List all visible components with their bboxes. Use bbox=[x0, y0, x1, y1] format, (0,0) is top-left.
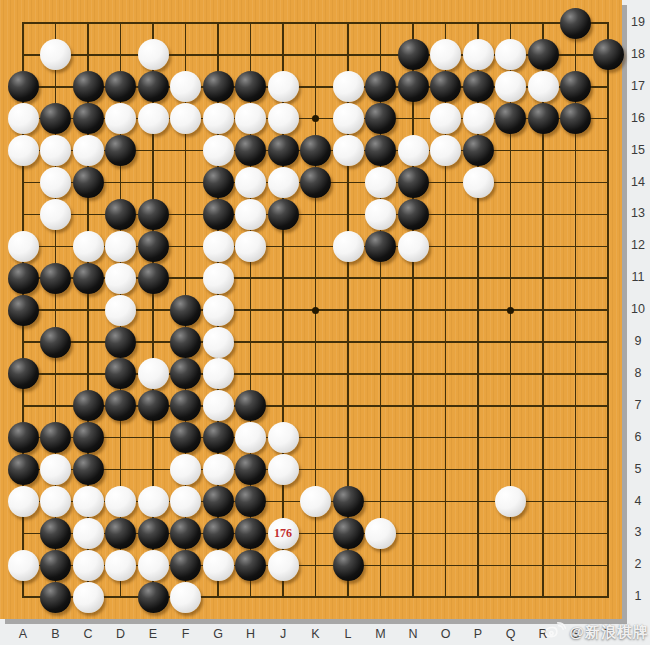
white-stone-J5 bbox=[268, 454, 299, 485]
white-stone-G7 bbox=[203, 390, 234, 421]
black-stone-F9 bbox=[170, 327, 201, 358]
black-stone-C17 bbox=[73, 71, 104, 102]
white-stone-B13 bbox=[40, 199, 71, 230]
white-stone-D12 bbox=[105, 231, 136, 262]
black-stone-C7 bbox=[73, 390, 104, 421]
white-stone-D16 bbox=[105, 103, 136, 134]
white-stone-O15 bbox=[430, 135, 461, 166]
grid-line-vertical bbox=[412, 22, 414, 598]
white-stone-N12 bbox=[398, 231, 429, 262]
white-stone-C12 bbox=[73, 231, 104, 262]
grid-line-vertical bbox=[607, 22, 609, 598]
star-point bbox=[507, 307, 514, 314]
go-board: 176 bbox=[0, 0, 622, 619]
black-stone-E12 bbox=[138, 231, 169, 262]
white-stone-L12 bbox=[333, 231, 364, 262]
black-stone-E1 bbox=[138, 582, 169, 613]
black-stone-B16 bbox=[40, 103, 71, 134]
white-stone-M13 bbox=[365, 199, 396, 230]
column-label-Q: Q bbox=[499, 627, 523, 641]
row-label-7: 7 bbox=[627, 398, 649, 412]
black-stone-G14 bbox=[203, 167, 234, 198]
row-label-16: 16 bbox=[627, 111, 649, 125]
watermark-handle: @新浪棋牌 bbox=[569, 623, 649, 642]
black-stone-S19 bbox=[560, 8, 591, 39]
white-stone-O16 bbox=[430, 103, 461, 134]
white-stone-G11 bbox=[203, 263, 234, 294]
white-stone-B4 bbox=[40, 486, 71, 517]
white-stone-H12 bbox=[235, 231, 266, 262]
row-label-17: 17 bbox=[627, 79, 649, 93]
white-stone-L15 bbox=[333, 135, 364, 166]
row-label-1: 1 bbox=[627, 589, 649, 603]
black-stone-B2 bbox=[40, 550, 71, 581]
black-stone-M16 bbox=[365, 103, 396, 134]
column-label-D: D bbox=[109, 627, 133, 641]
black-stone-A8 bbox=[8, 358, 39, 389]
white-stone-B14 bbox=[40, 167, 71, 198]
black-stone-B9 bbox=[40, 327, 71, 358]
row-label-18: 18 bbox=[627, 47, 649, 61]
row-label-15: 15 bbox=[627, 143, 649, 157]
black-stone-J15 bbox=[268, 135, 299, 166]
white-stone-L17 bbox=[333, 71, 364, 102]
black-stone-H3 bbox=[235, 518, 266, 549]
black-stone-D7 bbox=[105, 390, 136, 421]
column-label-L: L bbox=[336, 627, 360, 641]
move-number-label: 176 bbox=[268, 518, 299, 549]
black-stone-C11 bbox=[73, 263, 104, 294]
row-label-11: 11 bbox=[627, 270, 649, 284]
black-stone-J13 bbox=[268, 199, 299, 230]
black-stone-S17 bbox=[560, 71, 591, 102]
white-stone-F1 bbox=[170, 582, 201, 613]
white-stone-C1 bbox=[73, 582, 104, 613]
black-stone-G6 bbox=[203, 422, 234, 453]
black-stone-N14 bbox=[398, 167, 429, 198]
column-label-C: C bbox=[76, 627, 100, 641]
white-stone-E4 bbox=[138, 486, 169, 517]
white-stone-A12 bbox=[8, 231, 39, 262]
black-stone-E11 bbox=[138, 263, 169, 294]
white-stone-P14 bbox=[463, 167, 494, 198]
white-stone-G2 bbox=[203, 550, 234, 581]
black-stone-D3 bbox=[105, 518, 136, 549]
white-stone-E8 bbox=[138, 358, 169, 389]
white-stone-H6 bbox=[235, 422, 266, 453]
black-stone-F7 bbox=[170, 390, 201, 421]
white-stone-A4 bbox=[8, 486, 39, 517]
white-stone-J16 bbox=[268, 103, 299, 134]
white-stone-C2 bbox=[73, 550, 104, 581]
white-stone-P18 bbox=[463, 39, 494, 70]
black-stone-N17 bbox=[398, 71, 429, 102]
column-label-M: M bbox=[369, 627, 393, 641]
black-stone-E13 bbox=[138, 199, 169, 230]
row-label-9: 9 bbox=[627, 334, 649, 348]
go-board-screenshot: 176 ABCDEFGHJKLMNOPQRST19181716151413121… bbox=[0, 0, 650, 645]
white-stone-D10 bbox=[105, 295, 136, 326]
white-stone-Q18 bbox=[495, 39, 526, 70]
row-label-10: 10 bbox=[627, 302, 649, 316]
white-stone-B18 bbox=[40, 39, 71, 70]
black-stone-F2 bbox=[170, 550, 201, 581]
black-stone-N13 bbox=[398, 199, 429, 230]
black-stone-P15 bbox=[463, 135, 494, 166]
black-stone-C14 bbox=[73, 167, 104, 198]
black-stone-N18 bbox=[398, 39, 429, 70]
row-label-8: 8 bbox=[627, 366, 649, 380]
white-stone-H13 bbox=[235, 199, 266, 230]
grid-line-horizontal bbox=[22, 437, 609, 439]
black-stone-D13 bbox=[105, 199, 136, 230]
white-stone-J6 bbox=[268, 422, 299, 453]
black-stone-F3 bbox=[170, 518, 201, 549]
black-stone-G13 bbox=[203, 199, 234, 230]
star-point bbox=[312, 307, 319, 314]
white-stone-F16 bbox=[170, 103, 201, 134]
column-label-N: N bbox=[401, 627, 425, 641]
white-stone-K4 bbox=[300, 486, 331, 517]
white-stone-Q4 bbox=[495, 486, 526, 517]
white-stone-G10 bbox=[203, 295, 234, 326]
black-stone-K15 bbox=[300, 135, 331, 166]
row-label-5: 5 bbox=[627, 462, 649, 476]
white-stone-A2 bbox=[8, 550, 39, 581]
white-stone-E2 bbox=[138, 550, 169, 581]
black-stone-R18 bbox=[528, 39, 559, 70]
white-stone-J17 bbox=[268, 71, 299, 102]
black-stone-H4 bbox=[235, 486, 266, 517]
white-stone-J2 bbox=[268, 550, 299, 581]
grid-line-horizontal bbox=[22, 469, 609, 471]
white-stone-G9 bbox=[203, 327, 234, 358]
row-label-3: 3 bbox=[627, 525, 649, 539]
row-label-13: 13 bbox=[627, 206, 649, 220]
black-stone-G3 bbox=[203, 518, 234, 549]
white-stone-O18 bbox=[430, 39, 461, 70]
white-stone-A15 bbox=[8, 135, 39, 166]
white-stone-G8 bbox=[203, 358, 234, 389]
white-stone-R17 bbox=[528, 71, 559, 102]
black-stone-C16 bbox=[73, 103, 104, 134]
black-stone-B11 bbox=[40, 263, 71, 294]
white-stone-H14 bbox=[235, 167, 266, 198]
column-label-H: H bbox=[239, 627, 263, 641]
column-label-P: P bbox=[466, 627, 490, 641]
white-stone-H16 bbox=[235, 103, 266, 134]
black-stone-D15 bbox=[105, 135, 136, 166]
column-label-F: F bbox=[174, 627, 198, 641]
black-stone-F10 bbox=[170, 295, 201, 326]
column-label-G: G bbox=[206, 627, 230, 641]
white-stone-M3 bbox=[365, 518, 396, 549]
black-stone-S16 bbox=[560, 103, 591, 134]
black-stone-D9 bbox=[105, 327, 136, 358]
white-stone-C4 bbox=[73, 486, 104, 517]
black-stone-A17 bbox=[8, 71, 39, 102]
row-label-6: 6 bbox=[627, 430, 649, 444]
black-stone-H5 bbox=[235, 454, 266, 485]
black-stone-A11 bbox=[8, 263, 39, 294]
black-stone-M17 bbox=[365, 71, 396, 102]
black-stone-A10 bbox=[8, 295, 39, 326]
column-label-A: A bbox=[11, 627, 35, 641]
white-stone-C3 bbox=[73, 518, 104, 549]
black-stone-G17 bbox=[203, 71, 234, 102]
black-stone-H17 bbox=[235, 71, 266, 102]
white-stone-G5 bbox=[203, 454, 234, 485]
white-stone-J14 bbox=[268, 167, 299, 198]
black-stone-E17 bbox=[138, 71, 169, 102]
column-label-J: J bbox=[271, 627, 295, 641]
white-stone-Q17 bbox=[495, 71, 526, 102]
black-stone-G4 bbox=[203, 486, 234, 517]
black-stone-B3 bbox=[40, 518, 71, 549]
black-stone-B1 bbox=[40, 582, 71, 613]
watermark: @新浪棋牌 bbox=[544, 622, 649, 642]
white-stone-F17 bbox=[170, 71, 201, 102]
black-stone-L2 bbox=[333, 550, 364, 581]
row-label-12: 12 bbox=[627, 238, 649, 252]
white-stone-G15 bbox=[203, 135, 234, 166]
megaphone-icon bbox=[544, 622, 566, 642]
white-stone-L16 bbox=[333, 103, 364, 134]
white-stone-E18 bbox=[138, 39, 169, 70]
star-point bbox=[312, 115, 319, 122]
black-stone-E7 bbox=[138, 390, 169, 421]
black-stone-M15 bbox=[365, 135, 396, 166]
black-stone-F8 bbox=[170, 358, 201, 389]
black-stone-B6 bbox=[40, 422, 71, 453]
row-label-14: 14 bbox=[627, 175, 649, 189]
row-label-4: 4 bbox=[627, 494, 649, 508]
black-stone-A6 bbox=[8, 422, 39, 453]
black-stone-H15 bbox=[235, 135, 266, 166]
black-stone-F6 bbox=[170, 422, 201, 453]
column-label-E: E bbox=[141, 627, 165, 641]
black-stone-T18 bbox=[593, 39, 624, 70]
row-label-19: 19 bbox=[627, 15, 649, 29]
white-stone-F5 bbox=[170, 454, 201, 485]
white-stone-F4 bbox=[170, 486, 201, 517]
black-stone-C6 bbox=[73, 422, 104, 453]
white-stone-C15 bbox=[73, 135, 104, 166]
column-label-O: O bbox=[434, 627, 458, 641]
white-stone-B5 bbox=[40, 454, 71, 485]
white-stone-D11 bbox=[105, 263, 136, 294]
grid-line-horizontal bbox=[22, 596, 609, 598]
black-stone-D17 bbox=[105, 71, 136, 102]
black-stone-A5 bbox=[8, 454, 39, 485]
black-stone-H2 bbox=[235, 550, 266, 581]
white-stone-M14 bbox=[365, 167, 396, 198]
black-stone-D8 bbox=[105, 358, 136, 389]
white-stone-E16 bbox=[138, 103, 169, 134]
column-label-K: K bbox=[304, 627, 328, 641]
black-stone-H7 bbox=[235, 390, 266, 421]
black-stone-M12 bbox=[365, 231, 396, 262]
column-label-B: B bbox=[44, 627, 68, 641]
white-stone-N15 bbox=[398, 135, 429, 166]
black-stone-L4 bbox=[333, 486, 364, 517]
black-stone-E3 bbox=[138, 518, 169, 549]
row-label-2: 2 bbox=[627, 557, 649, 571]
white-stone-G16 bbox=[203, 103, 234, 134]
black-stone-L3 bbox=[333, 518, 364, 549]
black-stone-P17 bbox=[463, 71, 494, 102]
white-stone-D2 bbox=[105, 550, 136, 581]
black-stone-K14 bbox=[300, 167, 331, 198]
white-stone-P16 bbox=[463, 103, 494, 134]
black-stone-O17 bbox=[430, 71, 461, 102]
white-stone-D4 bbox=[105, 486, 136, 517]
white-stone-G12 bbox=[203, 231, 234, 262]
white-stone-B15 bbox=[40, 135, 71, 166]
black-stone-C5 bbox=[73, 454, 104, 485]
white-stone-A16 bbox=[8, 103, 39, 134]
black-stone-R16 bbox=[528, 103, 559, 134]
black-stone-Q16 bbox=[495, 103, 526, 134]
